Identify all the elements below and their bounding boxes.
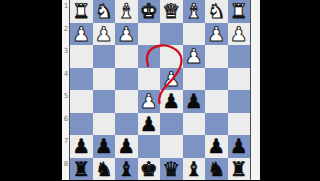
square-h6[interactable] [70,113,93,136]
piece-black-queen: ♛ [162,158,180,180]
piece-white-knight: ♞ [207,0,225,22]
square-h4[interactable] [70,68,93,91]
piece-white-rook: ♜ [230,0,248,22]
square-h8[interactable]: ♜ [70,158,93,181]
piece-white-bishop: ♝ [185,0,203,22]
square-f6[interactable] [115,113,138,136]
piece-black-pawn: ♟ [185,90,203,112]
square-g4[interactable] [93,68,116,91]
square-d2[interactable] [160,23,183,46]
piece-black-pawn: ♟ [230,135,248,157]
square-d6[interactable] [160,113,183,136]
square-b7[interactable]: ♟ [205,135,228,158]
square-f4[interactable] [115,68,138,91]
square-d8[interactable]: ♛ [160,158,183,181]
square-b5[interactable] [205,90,228,113]
piece-black-pawn: ♟ [162,90,180,112]
square-f7[interactable]: ♟ [115,135,138,158]
square-a4[interactable] [228,68,251,91]
square-a6[interactable] [228,113,251,136]
square-c1[interactable]: ♝ [183,0,206,23]
square-a7[interactable]: ♟ [228,135,251,158]
square-h7[interactable]: ♟ [70,135,93,158]
piece-white-pawn: ♟ [72,23,90,45]
piece-white-bishop: ♝ [117,0,135,22]
square-b2[interactable]: ♟ [205,23,228,46]
square-c6[interactable] [183,113,206,136]
video-frame: 12345678 ♜♞♝♚♛♝♞♜♟♟♟♟♟♟♟♟♟♟♟♟♟♟♟♟♜♞♝♚♛♝♞… [0,0,320,180]
rank-label-2: 2 [62,25,70,35]
square-e2[interactable] [138,23,161,46]
rank-label-7: 7 [62,137,70,147]
square-d4[interactable]: ♟ [160,68,183,91]
rank-label-6: 6 [62,115,70,125]
piece-black-pawn: ♟ [95,135,113,157]
piece-white-pawn: ♟ [162,68,180,90]
square-g2[interactable]: ♟ [93,23,116,46]
square-h1[interactable]: ♜ [70,0,93,23]
square-d5[interactable]: ♟ [160,90,183,113]
square-c7[interactable] [183,135,206,158]
square-e5[interactable]: ♟ [138,90,161,113]
square-h3[interactable] [70,45,93,68]
square-d7[interactable] [160,135,183,158]
square-f3[interactable] [115,45,138,68]
piece-white-pawn: ♟ [185,45,203,67]
piece-black-king: ♚ [140,158,158,180]
square-a3[interactable] [228,45,251,68]
rank-labels: 12345678 [62,0,70,180]
square-h2[interactable]: ♟ [70,23,93,46]
piece-white-rook: ♜ [72,0,90,22]
square-b4[interactable] [205,68,228,91]
piece-white-pawn: ♟ [140,90,158,112]
piece-black-rook: ♜ [230,158,248,180]
square-g8[interactable]: ♞ [93,158,116,181]
piece-white-pawn: ♟ [230,23,248,45]
square-c3[interactable]: ♟ [183,45,206,68]
rank-label-8: 8 [62,160,70,170]
piece-white-king: ♚ [140,0,158,22]
square-f1[interactable]: ♝ [115,0,138,23]
square-c5[interactable]: ♟ [183,90,206,113]
piece-white-pawn: ♟ [207,23,225,45]
square-h5[interactable] [70,90,93,113]
piece-black-bishop: ♝ [185,158,203,180]
square-f2[interactable]: ♟ [115,23,138,46]
piece-black-knight: ♞ [95,158,113,180]
rank-label-4: 4 [62,70,70,80]
piece-black-pawn: ♟ [207,135,225,157]
square-e1[interactable]: ♚ [138,0,161,23]
square-e7[interactable] [138,135,161,158]
piece-white-queen: ♛ [162,0,180,22]
board-panel: 12345678 ♜♞♝♚♛♝♞♜♟♟♟♟♟♟♟♟♟♟♟♟♟♟♟♟♜♞♝♚♛♝♞… [62,0,260,180]
piece-black-pawn: ♟ [72,135,90,157]
square-c4[interactable] [183,68,206,91]
square-b1[interactable]: ♞ [205,0,228,23]
square-e4[interactable] [138,68,161,91]
square-a8[interactable]: ♜ [228,158,251,181]
rank-label-3: 3 [62,47,70,57]
piece-black-pawn: ♟ [140,113,158,135]
piece-white-pawn: ♟ [95,23,113,45]
piece-white-knight: ♞ [95,0,113,22]
square-a2[interactable]: ♟ [228,23,251,46]
square-g6[interactable] [93,113,116,136]
rank-label-1: 1 [62,2,70,12]
square-b8[interactable]: ♞ [205,158,228,181]
square-d3[interactable] [160,45,183,68]
square-f5[interactable] [115,90,138,113]
square-g7[interactable]: ♟ [93,135,116,158]
piece-white-pawn: ♟ [117,23,135,45]
square-e3[interactable] [138,45,161,68]
piece-black-knight: ♞ [207,158,225,180]
square-g3[interactable] [93,45,116,68]
rank-label-5: 5 [62,92,70,102]
piece-black-rook: ♜ [72,158,90,180]
square-a1[interactable]: ♜ [228,0,251,23]
chess-board[interactable]: ♜♞♝♚♛♝♞♜♟♟♟♟♟♟♟♟♟♟♟♟♟♟♟♟♜♞♝♚♛♝♞♜ [70,0,250,180]
square-b3[interactable] [205,45,228,68]
square-e8[interactable]: ♚ [138,158,161,181]
piece-black-pawn: ♟ [117,135,135,157]
square-f8[interactable]: ♝ [115,158,138,181]
square-a5[interactable] [228,90,251,113]
piece-black-bishop: ♝ [117,158,135,180]
square-b6[interactable] [205,113,228,136]
square-c8[interactable]: ♝ [183,158,206,181]
square-g1[interactable]: ♞ [93,0,116,23]
square-e6[interactable]: ♟ [138,113,161,136]
square-c2[interactable] [183,23,206,46]
square-d1[interactable]: ♛ [160,0,183,23]
square-g5[interactable] [93,90,116,113]
